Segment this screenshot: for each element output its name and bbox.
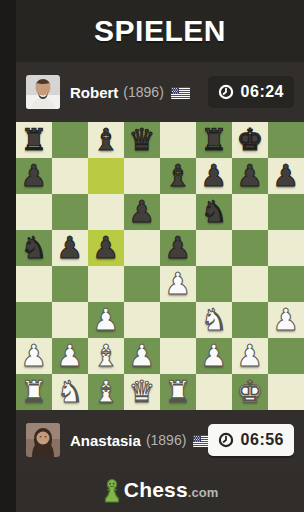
- square-g2[interactable]: ♟: [232, 338, 268, 374]
- white-pawn: ♟: [232, 338, 268, 374]
- opponent-rating: (1896): [123, 84, 163, 100]
- square-h8[interactable]: [268, 122, 304, 158]
- square-c1[interactable]: ♝: [88, 374, 124, 410]
- square-a6[interactable]: [16, 194, 52, 230]
- black-pawn: ♟: [16, 158, 52, 194]
- square-c3[interactable]: ♟: [88, 302, 124, 338]
- square-c8[interactable]: ♝: [88, 122, 124, 158]
- opponent-player-bar: Robert (1896) 06:24: [16, 62, 304, 122]
- square-a4[interactable]: [16, 266, 52, 302]
- square-b7[interactable]: [52, 158, 88, 194]
- square-f7[interactable]: ♟: [196, 158, 232, 194]
- square-f3[interactable]: ♞: [196, 302, 232, 338]
- white-pawn: ♟: [160, 266, 196, 302]
- square-a5[interactable]: ♞: [16, 230, 52, 266]
- square-g6[interactable]: [232, 194, 268, 230]
- player-clock: 06:56: [208, 424, 294, 456]
- square-a3[interactable]: [16, 302, 52, 338]
- white-pawn: ♟: [88, 302, 124, 338]
- black-queen: ♛: [124, 122, 160, 158]
- black-pawn: ♟: [124, 194, 160, 230]
- us-flag-icon: [171, 86, 190, 99]
- square-b1[interactable]: ♞: [52, 374, 88, 410]
- page-title: SPIELEN: [94, 14, 226, 48]
- opponent-clock: 06:24: [208, 76, 294, 108]
- black-pawn: ♟: [160, 230, 196, 266]
- square-h4[interactable]: [268, 266, 304, 302]
- square-a1[interactable]: ♜: [16, 374, 52, 410]
- square-e8[interactable]: [160, 122, 196, 158]
- black-pawn: ♟: [52, 230, 88, 266]
- square-d1[interactable]: ♛: [124, 374, 160, 410]
- square-a7[interactable]: ♟: [16, 158, 52, 194]
- logo-text: Chess: [124, 478, 188, 502]
- square-h1[interactable]: [268, 374, 304, 410]
- square-d2[interactable]: ♟: [124, 338, 160, 374]
- square-f6[interactable]: ♞: [196, 194, 232, 230]
- square-g5[interactable]: [232, 230, 268, 266]
- square-f2[interactable]: ♟: [196, 338, 232, 374]
- square-e7[interactable]: ♝: [160, 158, 196, 194]
- black-bishop: ♝: [88, 122, 124, 158]
- white-pawn: ♟: [196, 338, 232, 374]
- black-bishop: ♝: [160, 158, 196, 194]
- clock-icon: [218, 432, 234, 448]
- player-info: Anastasia (1896): [70, 432, 208, 449]
- player-avatar[interactable]: [26, 423, 60, 457]
- square-e4[interactable]: ♟: [160, 266, 196, 302]
- opponent-name: Robert: [70, 84, 118, 101]
- player-avatar-photo: [26, 423, 60, 457]
- black-rook: ♜: [196, 122, 232, 158]
- white-pawn: ♟: [268, 302, 304, 338]
- square-f1[interactable]: [196, 374, 232, 410]
- square-c4[interactable]: [88, 266, 124, 302]
- player-time: 06:56: [241, 431, 284, 449]
- white-pawn: ♟: [52, 338, 88, 374]
- square-f5[interactable]: [196, 230, 232, 266]
- square-h5[interactable]: [268, 230, 304, 266]
- white-rook: ♜: [160, 374, 196, 410]
- chess-board: ♜♝♛♜♚♟♝♟♟♟♟♞♞♟♟♟♟♟♞♟♟♟♝♟♟♟♜♞♝♛♜♚: [16, 122, 304, 410]
- black-rook: ♜: [16, 122, 52, 158]
- square-d6[interactable]: ♟: [124, 194, 160, 230]
- chess-app-screen: SPIELEN Robert (1896): [16, 0, 304, 512]
- square-h3[interactable]: ♟: [268, 302, 304, 338]
- white-bishop: ♝: [88, 374, 124, 410]
- white-king: ♚: [232, 374, 268, 410]
- black-knight: ♞: [196, 194, 232, 230]
- black-pawn: ♟: [268, 158, 304, 194]
- square-b8[interactable]: [52, 122, 88, 158]
- square-g8[interactable]: ♚: [232, 122, 268, 158]
- square-a2[interactable]: ♟: [16, 338, 52, 374]
- square-b6[interactable]: [52, 194, 88, 230]
- black-king: ♚: [232, 122, 268, 158]
- square-g3[interactable]: [232, 302, 268, 338]
- square-d7[interactable]: [124, 158, 160, 194]
- square-b2[interactable]: ♟: [52, 338, 88, 374]
- square-c7[interactable]: [88, 158, 124, 194]
- square-e6[interactable]: [160, 194, 196, 230]
- white-bishop: ♝: [88, 338, 124, 374]
- white-knight: ♞: [52, 374, 88, 410]
- black-pawn: ♟: [232, 158, 268, 194]
- white-pawn: ♟: [16, 338, 52, 374]
- opponent-info: Robert (1896): [70, 84, 208, 101]
- square-e1[interactable]: ♜: [160, 374, 196, 410]
- chesscom-logo: Chess .com: [102, 478, 218, 504]
- square-g7[interactable]: ♟: [232, 158, 268, 194]
- square-b3[interactable]: [52, 302, 88, 338]
- white-queen: ♛: [124, 374, 160, 410]
- square-d5[interactable]: [124, 230, 160, 266]
- square-e2[interactable]: [160, 338, 196, 374]
- player-player-bar: Anastasia (1896) 06:56: [16, 410, 304, 470]
- square-d4[interactable]: [124, 266, 160, 302]
- square-g1[interactable]: ♚: [232, 374, 268, 410]
- square-b5[interactable]: ♟: [52, 230, 88, 266]
- black-pawn: ♟: [196, 158, 232, 194]
- clock-icon: [218, 84, 234, 100]
- square-c5[interactable]: ♟: [88, 230, 124, 266]
- header-bar: SPIELEN: [16, 0, 304, 62]
- square-a8[interactable]: ♜: [16, 122, 52, 158]
- square-b4[interactable]: [52, 266, 88, 302]
- square-d8[interactable]: ♛: [124, 122, 160, 158]
- black-knight: ♞: [16, 230, 52, 266]
- square-f8[interactable]: ♜: [196, 122, 232, 158]
- footer-bar: Chess .com: [16, 470, 304, 512]
- white-rook: ♜: [16, 374, 52, 410]
- square-h6[interactable]: [268, 194, 304, 230]
- square-e3[interactable]: [160, 302, 196, 338]
- player-rating: (1896): [146, 432, 186, 448]
- opponent-time: 06:24: [241, 83, 284, 101]
- square-g4[interactable]: [232, 266, 268, 302]
- square-d3[interactable]: [124, 302, 160, 338]
- opponent-avatar-photo: [26, 75, 60, 109]
- player-name: Anastasia: [70, 432, 141, 449]
- black-pawn: ♟: [88, 230, 124, 266]
- square-c2[interactable]: ♝: [88, 338, 124, 374]
- chesscom-pawn-icon: [102, 478, 122, 504]
- square-e5[interactable]: ♟: [160, 230, 196, 266]
- white-pawn: ♟: [124, 338, 160, 374]
- square-h7[interactable]: ♟: [268, 158, 304, 194]
- square-c6[interactable]: [88, 194, 124, 230]
- square-f4[interactable]: [196, 266, 232, 302]
- opponent-avatar[interactable]: [26, 75, 60, 109]
- logo-suffix: .com: [188, 485, 218, 500]
- square-h2[interactable]: [268, 338, 304, 374]
- white-knight: ♞: [196, 302, 232, 338]
